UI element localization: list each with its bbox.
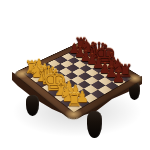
board-scene (0, 0, 150, 150)
chess-board (14, 42, 144, 121)
chess-set-photo: ♜♟♟♜♞♟♟♞♝♟♟♝♛♟♟♛♚♟♟♚♝♟♟♝♞♟♟♞♜♟♟♜ (0, 0, 150, 150)
board-grid (25, 47, 132, 112)
